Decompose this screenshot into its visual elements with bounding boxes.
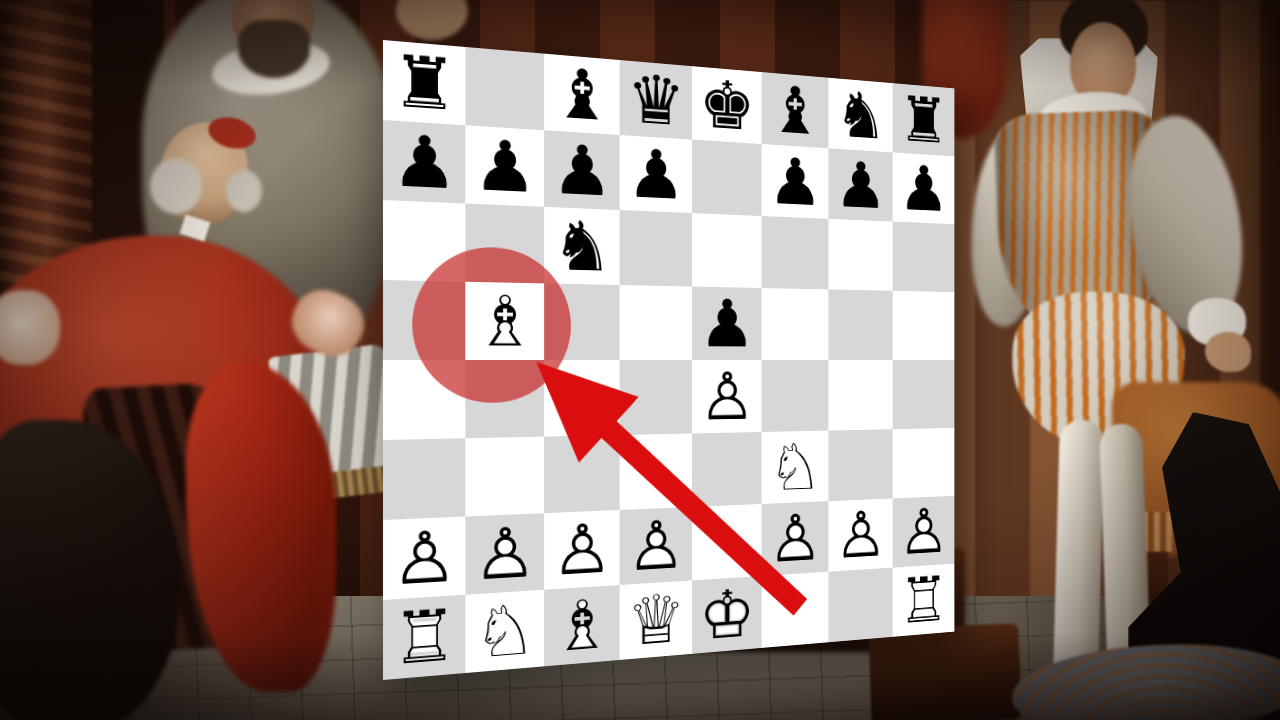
courtier-hand bbox=[1205, 332, 1251, 372]
cardinal-hair bbox=[150, 158, 202, 214]
cardinal-lace-cuff bbox=[0, 290, 60, 365]
move-arrow bbox=[383, 40, 954, 680]
chess-board: ♜♝♛♚♝♞♜♟♟♟♟♟♟♟♞♝♗♟♟♙♞♘♟♙♟♙♟♙♟♙♟♙♟♙♟♙♜♖♞♘… bbox=[383, 40, 954, 680]
wooden-stool bbox=[868, 623, 1021, 720]
thumbnail-stage: ♜♝♛♚♝♞♜♟♟♟♟♟♟♟♞♝♗♟♟♙♞♘♟♙♟♙♟♙♟♙♟♙♟♙♟♙♜♖♞♘… bbox=[0, 0, 1280, 720]
cardinal-hair-right bbox=[226, 170, 262, 212]
knight-beard bbox=[238, 20, 310, 78]
